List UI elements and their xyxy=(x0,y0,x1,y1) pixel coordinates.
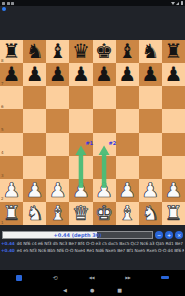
battery-icon xyxy=(181,1,184,5)
pv2-moves: e4 e5 Nf3 Nc6 Bb5 Nf6 O-O Nxe4 Re1 Nd6 N… xyxy=(17,248,184,253)
square-e5[interactable] xyxy=(93,109,116,132)
notification-icon xyxy=(7,2,10,5)
square-d4[interactable] xyxy=(69,133,92,156)
square-g7[interactable]: ♟ xyxy=(139,63,162,86)
white-pawn: ♟ xyxy=(116,179,139,202)
pv1-moves: d4 Nf6 c4 e6 Nf3 d5 Nc3 Be7 Bf4 O-O e3 c… xyxy=(17,241,184,246)
more-options-button[interactable] xyxy=(161,276,169,279)
square-c4[interactable] xyxy=(46,133,69,156)
black-bishop: ♝ xyxy=(46,40,69,63)
status-notification-icons xyxy=(2,2,14,5)
notification-icon xyxy=(2,2,5,5)
white-rook: ♜ xyxy=(0,202,23,225)
square-c5[interactable] xyxy=(46,109,69,132)
square-b3[interactable] xyxy=(23,156,46,179)
black-queen: ♛ xyxy=(69,40,92,63)
app-frame: 8♜♞♝♛♚♝♞♜7♟♟♟♟♟♟♟♟65432♟♟♟♟♟♟♟♟1♜♞♝♛♚♝♞♜… xyxy=(0,0,185,296)
square-b8[interactable]: ♞ xyxy=(23,40,46,63)
square-g3[interactable] xyxy=(139,156,162,179)
black-pawn: ♟ xyxy=(69,63,92,86)
square-e6[interactable] xyxy=(93,86,116,109)
black-pawn: ♟ xyxy=(23,63,46,86)
prev-move-button[interactable]: ◀◀ xyxy=(89,275,94,281)
square-d7[interactable]: ♟ xyxy=(69,63,92,86)
square-h8[interactable]: ♜ xyxy=(162,40,185,63)
black-rook: ♜ xyxy=(162,40,185,63)
square-f7[interactable]: ♟ xyxy=(116,63,139,86)
lines-decrease-button[interactable]: − xyxy=(155,231,163,239)
square-e2[interactable]: ♟ xyxy=(93,179,116,202)
square-b4[interactable] xyxy=(23,133,46,156)
chess-board[interactable]: 8♜♞♝♛♚♝♞♜7♟♟♟♟♟♟♟♟65432♟♟♟♟♟♟♟♟1♜♞♝♛♚♝♞♜ xyxy=(0,40,185,225)
square-c8[interactable]: ♝ xyxy=(46,40,69,63)
white-king: ♚ xyxy=(93,202,116,225)
white-knight: ♞ xyxy=(139,202,162,225)
square-f3[interactable] xyxy=(116,156,139,179)
square-d3[interactable] xyxy=(69,156,92,179)
square-g6[interactable] xyxy=(139,86,162,109)
square-h3[interactable] xyxy=(162,156,185,179)
black-pawn: ♟ xyxy=(0,63,23,86)
white-pawn: ♟ xyxy=(162,179,185,202)
white-pawn: ♟ xyxy=(0,179,23,202)
square-c7[interactable]: ♟ xyxy=(46,63,69,86)
square-c1[interactable]: ♝ xyxy=(46,202,69,225)
square-g5[interactable] xyxy=(139,109,162,132)
square-b7[interactable]: ♟ xyxy=(23,63,46,86)
square-g2[interactable]: ♟ xyxy=(139,179,162,202)
square-h7[interactable]: ♟ xyxy=(162,63,185,86)
black-king: ♚ xyxy=(93,40,116,63)
black-knight: ♞ xyxy=(139,40,162,63)
square-h4[interactable] xyxy=(162,133,185,156)
square-b2[interactable]: ♟ xyxy=(23,179,46,202)
next-move-button[interactable]: ▶▶ xyxy=(125,275,130,281)
white-pawn: ♟ xyxy=(93,179,116,202)
lines-increase-button[interactable]: + xyxy=(165,231,173,239)
white-knight: ♞ xyxy=(23,202,46,225)
wifi-icon xyxy=(171,2,175,5)
square-f5[interactable] xyxy=(116,109,139,132)
black-rook: ♜ xyxy=(0,40,23,63)
square-f8[interactable]: ♝ xyxy=(116,40,139,63)
stop-engine-button[interactable] xyxy=(16,275,22,281)
square-f2[interactable]: ♟ xyxy=(116,179,139,202)
square-a4[interactable]: 4 xyxy=(0,133,23,156)
home-button[interactable]: ● xyxy=(90,288,94,293)
square-a1[interactable]: 1♜ xyxy=(0,202,23,225)
square-h1[interactable]: ♜ xyxy=(162,202,185,225)
black-pawn: ♟ xyxy=(139,63,162,86)
square-h6[interactable] xyxy=(162,86,185,109)
square-c3[interactable] xyxy=(46,156,69,179)
square-c2[interactable]: ♟ xyxy=(46,179,69,202)
white-queen: ♛ xyxy=(69,202,92,225)
black-knight: ♞ xyxy=(23,40,46,63)
black-bishop: ♝ xyxy=(116,40,139,63)
black-pawn: ♟ xyxy=(46,63,69,86)
white-bishop: ♝ xyxy=(46,202,69,225)
white-pawn: ♟ xyxy=(139,179,162,202)
square-a6[interactable]: 6 xyxy=(0,86,23,109)
square-b5[interactable] xyxy=(23,109,46,132)
android-status-bar xyxy=(0,0,185,6)
square-h2[interactable]: ♟ xyxy=(162,179,185,202)
notification-icon xyxy=(11,2,14,5)
square-b6[interactable] xyxy=(23,86,46,109)
square-a8[interactable]: 8♜ xyxy=(0,40,23,63)
engine-analysis-lines: +0.44d4 Nf6 c4 e6 Nf3 d5 Nc3 Be7 Bf4 O-O… xyxy=(1,241,184,254)
square-a5[interactable]: 5 xyxy=(0,109,23,132)
square-g4[interactable] xyxy=(139,133,162,156)
square-d2[interactable]: ♟ xyxy=(69,179,92,202)
white-rook: ♜ xyxy=(162,202,185,225)
square-e7[interactable]: ♟ xyxy=(93,63,116,86)
square-d6[interactable] xyxy=(69,86,92,109)
signal-icon xyxy=(176,2,179,5)
back-button[interactable]: ◀ xyxy=(63,288,67,293)
square-e3[interactable] xyxy=(93,156,116,179)
pv1-eval: +0.44 xyxy=(1,241,15,246)
recents-button[interactable]: ■ xyxy=(117,288,122,293)
pv2-eval: +0.40 xyxy=(1,248,15,253)
square-e1[interactable]: ♚ xyxy=(93,202,116,225)
square-f4[interactable] xyxy=(116,133,139,156)
status-system-icons xyxy=(171,1,184,5)
square-h5[interactable] xyxy=(162,109,185,132)
eval-score-text: +0.44 (depth 30) xyxy=(3,232,152,238)
android-nav-bar: ◀ ● ■ xyxy=(0,285,185,296)
square-f6[interactable] xyxy=(116,86,139,109)
white-bishop: ♝ xyxy=(116,202,139,225)
square-d5[interactable] xyxy=(69,109,92,132)
square-a3[interactable]: 3 xyxy=(0,156,23,179)
black-pawn: ♟ xyxy=(116,63,139,86)
square-b1[interactable]: ♞ xyxy=(23,202,46,225)
white-pawn: ♟ xyxy=(46,179,69,202)
flip-board-icon[interactable]: ⟲ xyxy=(53,275,58,281)
square-d8[interactable]: ♛ xyxy=(69,40,92,63)
engine-eval-row: +0.44 (depth 30) − + × xyxy=(0,228,185,241)
square-g1[interactable]: ♞ xyxy=(139,202,162,225)
white-pawn: ♟ xyxy=(23,179,46,202)
app-toolbar: ⟲ ◀◀ ▶▶ xyxy=(0,270,185,285)
square-d1[interactable]: ♛ xyxy=(69,202,92,225)
white-pawn: ♟ xyxy=(69,179,92,202)
square-a2[interactable]: 2♟ xyxy=(0,179,23,202)
black-pawn: ♟ xyxy=(93,63,116,86)
square-e8[interactable]: ♚ xyxy=(93,40,116,63)
black-pawn: ♟ xyxy=(162,63,185,86)
square-g8[interactable]: ♞ xyxy=(139,40,162,63)
square-c6[interactable] xyxy=(46,86,69,109)
square-e4[interactable] xyxy=(93,133,116,156)
engine-running-indicator xyxy=(2,7,6,11)
square-a7[interactable]: 7♟ xyxy=(0,63,23,86)
square-f1[interactable]: ♝ xyxy=(116,202,139,225)
close-analysis-button[interactable]: × xyxy=(175,231,183,239)
eval-bar: +0.44 (depth 30) xyxy=(2,231,153,239)
pv-line-2[interactable]: +0.40e4 e5 Nf3 Nc6 Bb5 Nf6 O-O Nxe4 Re1 … xyxy=(1,248,184,255)
